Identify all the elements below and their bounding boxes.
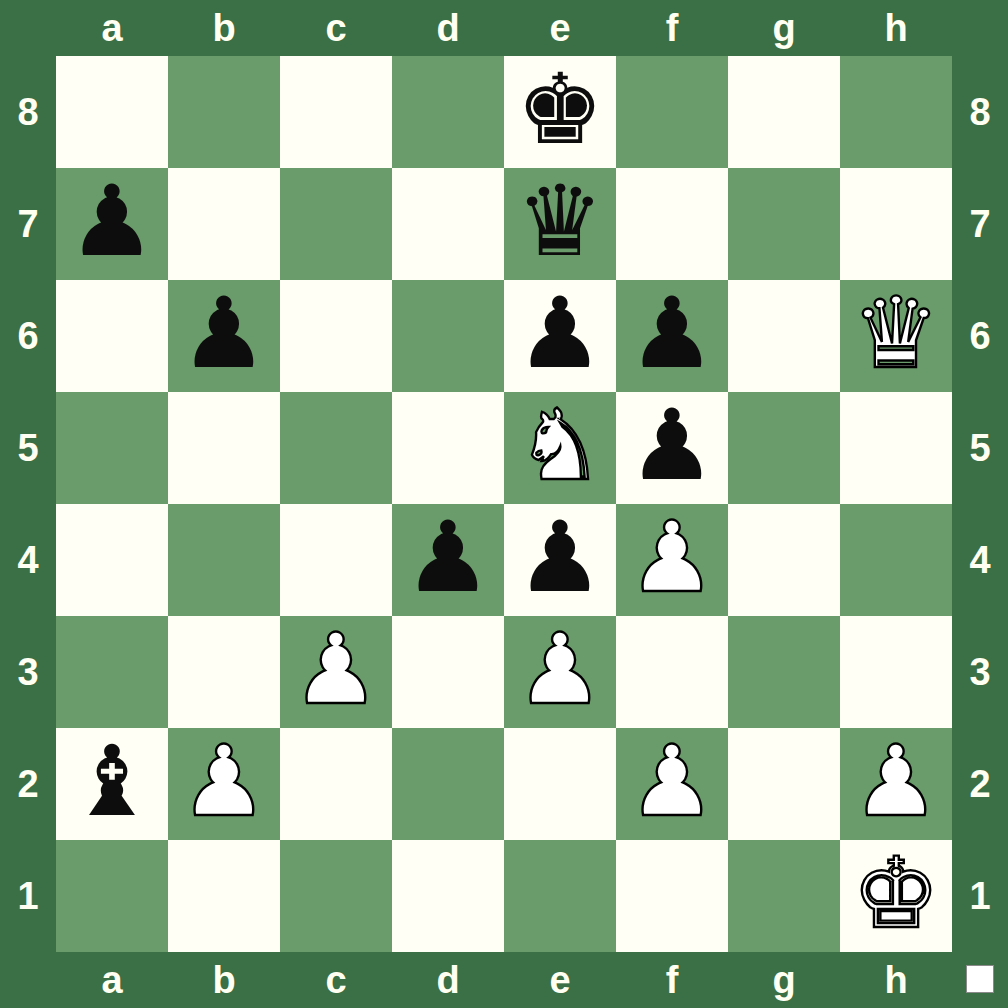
- square-f5[interactable]: ♟: [616, 392, 728, 504]
- piece-white-king-h1[interactable]: ♚: [852, 844, 940, 942]
- file-label-e: e: [504, 952, 616, 1008]
- square-b3[interactable]: [168, 616, 280, 728]
- square-b4[interactable]: [168, 504, 280, 616]
- rank-label-8: 8: [0, 56, 56, 168]
- square-e4[interactable]: ♟: [504, 504, 616, 616]
- square-g7[interactable]: [728, 168, 840, 280]
- square-g3[interactable]: [728, 616, 840, 728]
- square-c6[interactable]: [280, 280, 392, 392]
- square-c7[interactable]: [280, 168, 392, 280]
- piece-black-pawn-f6[interactable]: ♟: [628, 284, 716, 382]
- piece-white-pawn-h2[interactable]: ♟: [852, 732, 940, 830]
- square-h4[interactable]: [840, 504, 952, 616]
- file-labels-bottom: abcdefgh: [56, 952, 952, 1008]
- piece-white-knight-e5[interactable]: ♞: [516, 396, 604, 494]
- square-g6[interactable]: [728, 280, 840, 392]
- rank-label-2: 2: [952, 728, 1008, 840]
- piece-white-pawn-c3[interactable]: ♟: [292, 620, 380, 718]
- file-label-f: f: [616, 952, 728, 1008]
- square-f8[interactable]: [616, 56, 728, 168]
- file-label-g: g: [728, 952, 840, 1008]
- square-a6[interactable]: [56, 280, 168, 392]
- rank-label-3: 3: [0, 616, 56, 728]
- square-b6[interactable]: ♟: [168, 280, 280, 392]
- rank-label-3: 3: [952, 616, 1008, 728]
- file-label-g: g: [728, 0, 840, 56]
- rank-label-5: 5: [0, 392, 56, 504]
- square-c1[interactable]: [280, 840, 392, 952]
- piece-white-pawn-e3[interactable]: ♟: [516, 620, 604, 718]
- square-d8[interactable]: [392, 56, 504, 168]
- square-h6[interactable]: ♛: [840, 280, 952, 392]
- square-b7[interactable]: [168, 168, 280, 280]
- square-a4[interactable]: [56, 504, 168, 616]
- square-h3[interactable]: [840, 616, 952, 728]
- rank-label-6: 6: [0, 280, 56, 392]
- piece-white-pawn-f2[interactable]: ♟: [628, 732, 716, 830]
- file-label-c: c: [280, 952, 392, 1008]
- rank-label-5: 5: [952, 392, 1008, 504]
- file-label-b: b: [168, 952, 280, 1008]
- square-f7[interactable]: [616, 168, 728, 280]
- square-a8[interactable]: [56, 56, 168, 168]
- piece-black-pawn-e6[interactable]: ♟: [516, 284, 604, 382]
- piece-white-queen-h6[interactable]: ♛: [852, 284, 940, 382]
- rank-label-4: 4: [0, 504, 56, 616]
- square-a1[interactable]: [56, 840, 168, 952]
- square-d5[interactable]: [392, 392, 504, 504]
- piece-black-bishop-a2[interactable]: ♝: [68, 732, 156, 830]
- square-a2[interactable]: ♝: [56, 728, 168, 840]
- square-g1[interactable]: [728, 840, 840, 952]
- file-label-h: h: [840, 952, 952, 1008]
- square-f3[interactable]: [616, 616, 728, 728]
- file-label-b: b: [168, 0, 280, 56]
- square-b8[interactable]: [168, 56, 280, 168]
- piece-black-pawn-e4[interactable]: ♟: [516, 508, 604, 606]
- rank-label-7: 7: [0, 168, 56, 280]
- file-label-d: d: [392, 952, 504, 1008]
- square-c8[interactable]: [280, 56, 392, 168]
- square-g2[interactable]: [728, 728, 840, 840]
- file-labels-top: abcdefgh: [56, 0, 952, 56]
- square-c5[interactable]: [280, 392, 392, 504]
- rank-label-7: 7: [952, 168, 1008, 280]
- square-e7[interactable]: ♛: [504, 168, 616, 280]
- square-b1[interactable]: [168, 840, 280, 952]
- piece-black-pawn-b6[interactable]: ♟: [180, 284, 268, 382]
- rank-label-1: 1: [0, 840, 56, 952]
- square-d4[interactable]: ♟: [392, 504, 504, 616]
- piece-black-pawn-f5[interactable]: ♟: [628, 396, 716, 494]
- file-label-h: h: [840, 0, 952, 56]
- square-d2[interactable]: [392, 728, 504, 840]
- file-label-e: e: [504, 0, 616, 56]
- square-b2[interactable]: ♟: [168, 728, 280, 840]
- square-d6[interactable]: [392, 280, 504, 392]
- square-c2[interactable]: [280, 728, 392, 840]
- rank-label-6: 6: [952, 280, 1008, 392]
- file-label-f: f: [616, 0, 728, 56]
- turn-indicator-white-to-move: [966, 965, 994, 993]
- rank-label-8: 8: [952, 56, 1008, 168]
- rank-label-4: 4: [952, 504, 1008, 616]
- square-e5[interactable]: ♞: [504, 392, 616, 504]
- square-b5[interactable]: [168, 392, 280, 504]
- square-c3[interactable]: ♟: [280, 616, 392, 728]
- file-label-c: c: [280, 0, 392, 56]
- square-e3[interactable]: ♟: [504, 616, 616, 728]
- square-e2[interactable]: [504, 728, 616, 840]
- chess-diagram: abcdefgh 87654321 87654321 abcdefgh ♚♟♛♟…: [0, 0, 1008, 1008]
- rank-labels-left: 87654321: [0, 56, 56, 952]
- piece-white-pawn-f4[interactable]: ♟: [628, 508, 716, 606]
- square-e6[interactable]: ♟: [504, 280, 616, 392]
- piece-black-pawn-d4[interactable]: ♟: [404, 508, 492, 606]
- square-d3[interactable]: [392, 616, 504, 728]
- square-f1[interactable]: [616, 840, 728, 952]
- square-a3[interactable]: [56, 616, 168, 728]
- square-g5[interactable]: [728, 392, 840, 504]
- square-d1[interactable]: [392, 840, 504, 952]
- rank-label-2: 2: [0, 728, 56, 840]
- file-label-a: a: [56, 0, 168, 56]
- square-e8[interactable]: ♚: [504, 56, 616, 168]
- piece-black-king-e8[interactable]: ♚: [516, 60, 604, 158]
- square-h7[interactable]: [840, 168, 952, 280]
- square-d7[interactable]: [392, 168, 504, 280]
- square-f2[interactable]: ♟: [616, 728, 728, 840]
- square-f6[interactable]: ♟: [616, 280, 728, 392]
- square-a5[interactable]: [56, 392, 168, 504]
- piece-white-pawn-b2[interactable]: ♟: [180, 732, 268, 830]
- square-g4[interactable]: [728, 504, 840, 616]
- file-label-d: d: [392, 0, 504, 56]
- square-h1[interactable]: ♚: [840, 840, 952, 952]
- file-label-a: a: [56, 952, 168, 1008]
- rank-labels-right: 87654321: [952, 56, 1008, 952]
- square-a7[interactable]: ♟: [56, 168, 168, 280]
- piece-black-pawn-a7[interactable]: ♟: [68, 172, 156, 270]
- square-f4[interactable]: ♟: [616, 504, 728, 616]
- square-e1[interactable]: [504, 840, 616, 952]
- square-c4[interactable]: [280, 504, 392, 616]
- chess-board: ♚♟♛♟♟♟♛♞♟♟♟♟♟♟♝♟♟♟♚: [56, 56, 952, 952]
- square-h2[interactable]: ♟: [840, 728, 952, 840]
- rank-label-1: 1: [952, 840, 1008, 952]
- square-h5[interactable]: [840, 392, 952, 504]
- piece-black-queen-e7[interactable]: ♛: [516, 172, 604, 270]
- square-g8[interactable]: [728, 56, 840, 168]
- square-h8[interactable]: [840, 56, 952, 168]
